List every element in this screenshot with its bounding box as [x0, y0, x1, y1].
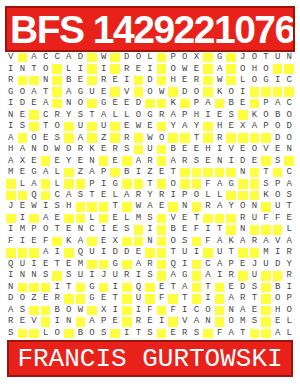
- grid-cell-letter: I: [272, 75, 284, 86]
- grid-cell-letter: I: [237, 86, 249, 97]
- grid-cell-highlight: [109, 328, 121, 339]
- grid-cell-letter: C: [40, 52, 52, 63]
- grid-cell-letter: T: [51, 259, 63, 270]
- grid-cell-highlight: [63, 328, 75, 339]
- grid-cell-letter: N: [144, 236, 156, 247]
- grid-cell-letter: A: [17, 144, 29, 155]
- grid-cell-letter: A: [272, 328, 284, 339]
- grid-cell-letter: I: [202, 109, 214, 120]
- grid-cell-letter: E: [133, 63, 145, 74]
- grid-cell-letter: M: [75, 259, 87, 270]
- grid-cell-letter: O: [17, 86, 29, 97]
- grid-cell-letter: X: [237, 121, 249, 132]
- grid-cell-letter: F: [191, 224, 203, 235]
- grid-cell-letter: Y: [63, 155, 75, 166]
- grid-cell-letter: O: [156, 132, 168, 143]
- grid-cell-letter: I: [144, 63, 156, 74]
- grid-cell-letter: E: [237, 98, 249, 109]
- grid-cell-highlight: [121, 155, 133, 166]
- grid-cell-letter: O: [237, 63, 249, 74]
- grid-cell-highlight: [86, 98, 98, 109]
- grid-cell-letter: D: [237, 155, 249, 166]
- grid-cell-highlight: [214, 167, 226, 178]
- grid-cell-letter: I: [86, 270, 98, 281]
- grid-cell-letter: S: [51, 201, 63, 212]
- grid-cell-highlight: [28, 213, 40, 224]
- grid-cell-letter: W: [75, 305, 87, 316]
- grid-cell-letter: T: [283, 201, 295, 212]
- grid-cell-highlight: [51, 86, 63, 97]
- grid-cell-letter: T: [51, 224, 63, 235]
- grid-cell-letter: R: [144, 259, 156, 270]
- grid-cell-highlight: [167, 132, 179, 143]
- grid-cell-letter: X: [17, 155, 29, 166]
- grid-cell-letter: U: [98, 121, 110, 132]
- grid-cell-highlight: [133, 224, 145, 235]
- grid-cell-letter: E: [167, 328, 179, 339]
- grid-cell-letter: E: [179, 75, 191, 86]
- grid-cell-letter: W: [179, 63, 191, 74]
- grid-cell-letter: E: [63, 224, 75, 235]
- grid-cell-letter: I: [98, 178, 110, 189]
- grid-cell-letter: G: [144, 109, 156, 120]
- grid-cell-letter: T: [63, 282, 75, 293]
- grid-cell-highlight: [156, 236, 168, 247]
- grid-cell-highlight: [98, 155, 110, 166]
- grid-cell-letter: Z: [28, 293, 40, 304]
- grid-cell-highlight: [144, 247, 156, 258]
- grid-cell-letter: U: [17, 259, 29, 270]
- grid-cell-letter: G: [28, 167, 40, 178]
- grid-cell-letter: R: [283, 247, 295, 258]
- grid-cell-highlight: [17, 328, 29, 339]
- grid-cell-letter: R: [5, 316, 17, 327]
- grid-cell-highlight: [191, 178, 203, 189]
- grid-cell-letter: Y: [225, 201, 237, 212]
- grid-cell-letter: P: [272, 178, 284, 189]
- grid-cell-letter: A: [179, 282, 191, 293]
- grid-cell-letter: R: [121, 270, 133, 281]
- grid-cell-letter: A: [237, 305, 249, 316]
- grid-cell-letter: E: [109, 316, 121, 327]
- grid-cell-letter: E: [191, 144, 203, 155]
- grid-cell-letter: A: [167, 109, 179, 120]
- grid-cell-letter: F: [202, 178, 214, 189]
- grid-cell-highlight: [109, 121, 121, 132]
- grid-cell-highlight: [98, 282, 110, 293]
- grid-cell-letter: L: [51, 167, 63, 178]
- grid-cell-letter: D: [272, 132, 284, 143]
- grid-cell-letter: T: [225, 247, 237, 258]
- grid-cell-letter: H: [191, 109, 203, 120]
- grid-cell-letter: I: [191, 247, 203, 258]
- grid-cell-highlight: [144, 282, 156, 293]
- grid-cell-highlight: [156, 178, 168, 189]
- grid-cell-letter: C: [191, 305, 203, 316]
- grid-cell-highlight: [214, 293, 226, 304]
- grid-cell-letter: A: [75, 236, 87, 247]
- grid-cell-letter: H: [63, 201, 75, 212]
- grid-cell-letter: G: [75, 86, 87, 97]
- grid-cell-highlight: [121, 178, 133, 189]
- grid-cell-letter: V: [179, 316, 191, 327]
- grid-cell-letter: U: [75, 121, 87, 132]
- grid-cell-letter: G: [109, 178, 121, 189]
- grid-cell-letter: O: [191, 190, 203, 201]
- grid-cell-highlight: [202, 167, 214, 178]
- grid-cell-letter: D: [133, 98, 145, 109]
- grid-cell-letter: I: [202, 224, 214, 235]
- grid-cell-letter: N: [283, 144, 295, 155]
- grid-cell-highlight: [237, 132, 249, 143]
- grid-cell-letter: I: [283, 282, 295, 293]
- grid-cell-letter: P: [191, 98, 203, 109]
- grid-cell-highlight: [28, 109, 40, 120]
- grid-cell-letter: R: [156, 190, 168, 201]
- grid-cell-letter: P: [179, 190, 191, 201]
- grid-cell-letter: C: [51, 190, 63, 201]
- grid-cell-letter: B: [167, 144, 179, 155]
- grid-cell-letter: O: [40, 63, 52, 74]
- grid-cell-letter: R: [133, 316, 145, 327]
- grid-cell-highlight: [260, 155, 272, 166]
- grid-cell-letter: L: [51, 178, 63, 189]
- grid-cell-letter: K: [214, 86, 226, 97]
- grid-cell-highlight: [17, 190, 29, 201]
- grid-cell-letter: Q: [167, 259, 179, 270]
- grid-cell-letter: E: [51, 155, 63, 166]
- grid-cell-letter: F: [272, 213, 284, 224]
- grid-cell-letter: O: [260, 63, 272, 74]
- grid-cell-highlight: [272, 224, 284, 235]
- grid-cell-letter: A: [283, 178, 295, 189]
- grid-cell-letter: D: [40, 144, 52, 155]
- grid-cell-letter: I: [98, 63, 110, 74]
- grid-cell-letter: R: [51, 293, 63, 304]
- grid-cell-letter: E: [109, 75, 121, 86]
- grid-cell-letter: I: [51, 282, 63, 293]
- grid-cell-letter: O: [260, 109, 272, 120]
- grid-cell-letter: L: [202, 190, 214, 201]
- grid-cell-letter: I: [121, 75, 133, 86]
- grid-cell-letter: P: [225, 259, 237, 270]
- grid-cell-highlight: [40, 190, 52, 201]
- grid-cell-letter: G: [86, 282, 98, 293]
- grid-cell-letter: N: [202, 316, 214, 327]
- grid-cell-letter: S: [75, 190, 87, 201]
- grid-cell-highlight: [225, 213, 237, 224]
- grid-cell-letter: M: [17, 224, 29, 235]
- grid-cell-letter: I: [5, 270, 17, 281]
- grid-cell-letter: L: [121, 109, 133, 120]
- grid-cell-letter: E: [283, 213, 295, 224]
- grid-cell-letter: Q: [5, 259, 17, 270]
- grid-cell-letter: I: [214, 270, 226, 281]
- grid-cell-letter: L: [17, 178, 29, 189]
- grid-cell-highlight: [156, 98, 168, 109]
- grid-cell-letter: A: [283, 236, 295, 247]
- grid-cell-letter: N: [75, 224, 87, 235]
- grid-cell-highlight: [51, 236, 63, 247]
- title-banner: BFS 1429221076: [5, 6, 295, 52]
- grid-cell-letter: L: [144, 52, 156, 63]
- grid-cell-letter: S: [17, 305, 29, 316]
- grid-cell-highlight: [249, 247, 261, 258]
- grid-cell-letter: A: [260, 236, 272, 247]
- grid-cell-highlight: [51, 98, 63, 109]
- grid-cell-highlight: [225, 224, 237, 235]
- grid-cell-letter: E: [202, 155, 214, 166]
- grid-cell-letter: T: [179, 293, 191, 304]
- grid-cell-highlight: [51, 270, 63, 281]
- grid-cell-letter: C: [283, 98, 295, 109]
- grid-cell-letter: I: [28, 259, 40, 270]
- grid-cell-letter: J: [98, 270, 110, 281]
- grid-cell-highlight: [156, 224, 168, 235]
- grid-cell-letter: T: [40, 86, 52, 97]
- grid-cell-letter: U: [86, 86, 98, 97]
- grid-cell-letter: R: [237, 293, 249, 304]
- grid-cell-highlight: [17, 282, 29, 293]
- grid-cell-highlight: [5, 178, 17, 189]
- grid-cell-letter: K: [63, 236, 75, 247]
- grid-cell-letter: A: [86, 316, 98, 327]
- grid-cell-highlight: [156, 213, 168, 224]
- grid-cell-highlight: [191, 282, 203, 293]
- grid-cell-highlight: [249, 132, 261, 143]
- grid-cell-letter: A: [249, 121, 261, 132]
- grid-cell-letter: U: [272, 201, 284, 212]
- grid-cell-letter: F: [167, 305, 179, 316]
- grid-cell-letter: R: [156, 109, 168, 120]
- grid-cell-letter: A: [40, 213, 52, 224]
- grid-cell-letter: E: [51, 213, 63, 224]
- grid-cell-letter: T: [40, 121, 52, 132]
- grid-cell-highlight: [202, 75, 214, 86]
- grid-cell-letter: G: [260, 75, 272, 86]
- grid-cell-highlight: [156, 63, 168, 74]
- grid-cell-letter: L: [86, 213, 98, 224]
- grid-cell-letter: A: [214, 178, 226, 189]
- grid-cell-highlight: [260, 86, 272, 97]
- grid-cell-letter: E: [40, 293, 52, 304]
- grid-cell-letter: I: [75, 63, 87, 74]
- grid-cell-letter: K: [249, 109, 261, 120]
- grid-cell-highlight: [283, 63, 295, 74]
- grid-cell-letter: E: [272, 316, 284, 327]
- grid-cell-letter: S: [283, 190, 295, 201]
- grid-cell-highlight: [144, 293, 156, 304]
- grid-cell-letter: P: [98, 167, 110, 178]
- grid-cell-letter: I: [5, 121, 17, 132]
- grid-cell-letter: H: [202, 144, 214, 155]
- grid-cell-letter: U: [179, 247, 191, 258]
- grid-cell-letter: E: [225, 121, 237, 132]
- grid-cell-letter: Y: [191, 121, 203, 132]
- grid-cell-letter: J: [249, 259, 261, 270]
- grid-cell-letter: D: [5, 293, 17, 304]
- grid-cell-letter: T: [202, 282, 214, 293]
- grid-cell-highlight: [17, 247, 29, 258]
- grid-cell-letter: E: [191, 63, 203, 74]
- grid-cell-highlight: [260, 316, 272, 327]
- grid-cell-highlight: [260, 201, 272, 212]
- grid-cell-letter: D: [283, 121, 295, 132]
- grid-cell-highlight: [272, 86, 284, 97]
- grid-cell-letter: I: [109, 305, 121, 316]
- grid-cell-letter: T: [260, 167, 272, 178]
- grid-cell-letter: U: [260, 259, 272, 270]
- grid-cell-highlight: [237, 190, 249, 201]
- grid-cell-letter: N: [5, 109, 17, 120]
- grid-cell-letter: E: [75, 75, 87, 86]
- grid-cell-highlight: [260, 328, 272, 339]
- grid-cell-letter: L: [214, 190, 226, 201]
- grid-cell-letter: O: [63, 305, 75, 316]
- grid-cell-letter: I: [51, 316, 63, 327]
- grid-cell-letter: A: [5, 155, 17, 166]
- grid-cell-highlight: [63, 213, 75, 224]
- grid-cell-highlight: [191, 293, 203, 304]
- grid-cell-highlight: [202, 328, 214, 339]
- grid-cell-letter: X: [98, 305, 110, 316]
- grid-cell-letter: A: [167, 270, 179, 281]
- grid-cell-highlight: [214, 98, 226, 109]
- grid-cell-letter: A: [63, 52, 75, 63]
- grid-cell-letter: I: [17, 213, 29, 224]
- grid-cell-letter: R: [121, 63, 133, 74]
- grid-cell-highlight: [63, 293, 75, 304]
- grid-cell-highlight: [109, 86, 121, 97]
- grid-cell-letter: E: [249, 305, 261, 316]
- grid-cell-letter: E: [156, 201, 168, 212]
- grid-cell-highlight: [75, 213, 87, 224]
- grid-cell-letter: C: [283, 75, 295, 86]
- grid-cell-letter: Y: [167, 121, 179, 132]
- grid-cell-letter: O: [51, 121, 63, 132]
- grid-cell-highlight: [109, 52, 121, 63]
- grid-cell-letter: T: [167, 282, 179, 293]
- grid-cell-letter: O: [283, 109, 295, 120]
- grid-cell-letter: R: [133, 190, 145, 201]
- grid-cell-letter: E: [17, 316, 29, 327]
- grid-cell-letter: A: [202, 270, 214, 281]
- grid-cell-letter: L: [283, 224, 295, 235]
- grid-cell-letter: K: [167, 98, 179, 109]
- grid-cell-letter: U: [75, 270, 87, 281]
- grid-cell-letter: X: [109, 236, 121, 247]
- grid-cell-letter: T: [167, 167, 179, 178]
- grid-cell-letter: S: [191, 328, 203, 339]
- grid-cell-letter: B: [51, 305, 63, 316]
- grid-cell-highlight: [121, 305, 133, 316]
- grid-cell-letter: F: [5, 236, 17, 247]
- grid-cell-letter: W: [98, 52, 110, 63]
- grid-cell-highlight: [156, 75, 168, 86]
- grid-cell-letter: I: [272, 247, 284, 258]
- grid-cell-highlight: [191, 270, 203, 281]
- grid-cell-letter: N: [28, 270, 40, 281]
- grid-cell-highlight: [98, 213, 110, 224]
- grid-cell-letter: A: [75, 132, 87, 143]
- grid-cell-letter: E: [214, 109, 226, 120]
- grid-cell-letter: E: [144, 121, 156, 132]
- grid-cell-highlight: [249, 190, 261, 201]
- grid-cell-letter: H: [214, 121, 226, 132]
- grid-cell-highlight: [121, 282, 133, 293]
- grid-cell-letter: E: [133, 247, 145, 258]
- grid-cell-letter: I: [5, 63, 17, 74]
- grid-cell-letter: E: [17, 167, 29, 178]
- grid-cell-letter: O: [144, 86, 156, 97]
- grid-cell-highlight: [17, 132, 29, 143]
- grid-cell-highlight: [5, 247, 17, 258]
- grid-cell-highlight: [237, 270, 249, 281]
- grid-cell-letter: N: [225, 305, 237, 316]
- grid-cell-letter: G: [179, 270, 191, 281]
- grid-cell-letter: O: [225, 316, 237, 327]
- grid-cell-highlight: [272, 167, 284, 178]
- grid-cell-letter: R: [214, 132, 226, 143]
- grid-cell-highlight: [133, 132, 145, 143]
- grid-cell-letter: Z: [144, 167, 156, 178]
- grid-cell-letter: K: [86, 144, 98, 155]
- grid-cell-letter: E: [272, 144, 284, 155]
- grid-cell-letter: S: [249, 316, 261, 327]
- grid-cell-letter: Y: [63, 109, 75, 120]
- grid-cell-letter: D: [17, 98, 29, 109]
- grid-cell-letter: P: [179, 109, 191, 120]
- grid-cell-letter: E: [109, 155, 121, 166]
- grid-cell-highlight: [121, 293, 133, 304]
- grid-cell-letter: V: [5, 52, 17, 63]
- grid-cell-letter: A: [133, 155, 145, 166]
- grid-cell-letter: H: [5, 144, 17, 155]
- grid-cell-letter: M: [260, 247, 272, 258]
- grid-cell-letter: M: [5, 167, 17, 178]
- grid-cell-letter: O: [202, 305, 214, 316]
- grid-cell-highlight: [63, 178, 75, 189]
- grid-cell-letter: E: [17, 109, 29, 120]
- grid-cell-letter: E: [40, 259, 52, 270]
- grid-cell-letter: F: [260, 213, 272, 224]
- grid-cell-letter: S: [40, 270, 52, 281]
- grid-cell-letter: I: [98, 224, 110, 235]
- grid-cell-letter: T: [86, 109, 98, 120]
- grid-cell-highlight: [272, 270, 284, 281]
- grid-cell-letter: Q: [133, 282, 145, 293]
- grid-cell-letter: L: [109, 109, 121, 120]
- grid-cell-letter: S: [179, 236, 191, 247]
- grid-cell-letter: Q: [28, 190, 40, 201]
- grid-cell-highlight: [133, 86, 145, 97]
- grid-cell-letter: L: [63, 63, 75, 74]
- grid-cell-highlight: [249, 167, 261, 178]
- grid-cell-letter: U: [109, 270, 121, 281]
- grid-cell-letter: E: [98, 190, 110, 201]
- grid-cell-letter: R: [75, 144, 87, 155]
- grid-cell-highlight: [156, 121, 168, 132]
- grid-cell-letter: O: [86, 328, 98, 339]
- grid-cell-letter: Z: [98, 132, 110, 143]
- grid-cell-highlight: [133, 75, 145, 86]
- grid-cell-letter: S: [75, 109, 87, 120]
- grid-cell-letter: C: [283, 167, 295, 178]
- grid-cell-letter: A: [214, 63, 226, 74]
- grid-cell-letter: T: [214, 224, 226, 235]
- grid-cell-letter: L: [40, 328, 52, 339]
- grid-cell-letter: R: [121, 132, 133, 143]
